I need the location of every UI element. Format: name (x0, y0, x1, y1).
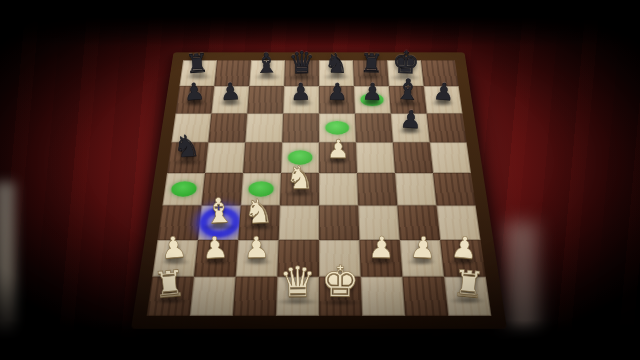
black-rook-a8[interactable]: ♜ (187, 52, 210, 78)
black-knight-e8[interactable]: ♞ (324, 51, 348, 77)
white-bishop-b3[interactable]: ♝ (204, 194, 235, 228)
black-rook-f8[interactable]: ♜ (359, 52, 382, 78)
square-e3[interactable] (319, 205, 359, 239)
square-c6[interactable] (245, 114, 283, 143)
white-pawn-c2[interactable]: ♟ (244, 233, 270, 262)
white-pawn-g2[interactable]: ♟ (408, 233, 434, 262)
white-pawn-e5[interactable]: ♟ (326, 136, 349, 161)
white-knight-c3[interactable]: ♞ (244, 194, 274, 227)
square-d3[interactable] (279, 205, 319, 239)
move-dot-a4[interactable] (170, 181, 197, 197)
square-b5[interactable] (205, 142, 245, 173)
black-pawn-h7[interactable]: ♟ (432, 80, 453, 103)
square-a4[interactable] (162, 173, 205, 205)
white-pawn-b2[interactable]: ♟ (203, 233, 229, 262)
square-h5[interactable] (430, 142, 471, 173)
square-g1[interactable] (402, 277, 448, 316)
black-pawn-e7[interactable]: ♟ (326, 80, 347, 103)
black-queen-d8[interactable]: ♛ (288, 48, 315, 78)
square-g5[interactable] (393, 142, 433, 173)
top-letterbox-bar (0, 0, 640, 46)
square-f1[interactable] (361, 277, 405, 316)
white-rook-a1[interactable]: ♜ (155, 266, 187, 302)
white-king-e1[interactable]: ♚ (321, 260, 359, 303)
black-pawn-g6[interactable]: ♟ (399, 107, 421, 131)
black-bishop-g7[interactable]: ♝ (395, 76, 421, 105)
square-d6[interactable] (282, 114, 319, 143)
square-e4[interactable] (319, 173, 358, 205)
square-f5[interactable] (356, 142, 395, 173)
white-queen-d1[interactable]: ♛ (279, 261, 316, 303)
chess-app-screen: ♜♝♛♞♜♚♟♟♟♟♟♝♟♟♞♟♞♝♞♟♟♟♟♟♟♜♛♚♜ (0, 0, 640, 360)
white-pawn-a2[interactable]: ♟ (162, 233, 188, 262)
white-rook-h1[interactable]: ♜ (451, 266, 483, 302)
black-pawn-f7[interactable]: ♟ (362, 80, 383, 103)
black-bishop-c8[interactable]: ♝ (255, 50, 280, 77)
black-knight-a5[interactable]: ♞ (174, 132, 201, 162)
square-h6[interactable] (427, 114, 467, 143)
square-b1[interactable] (190, 277, 236, 316)
square-c7[interactable] (247, 86, 284, 113)
square-g4[interactable] (395, 173, 436, 205)
square-h4[interactable] (433, 173, 476, 205)
square-c1[interactable] (233, 277, 277, 316)
square-f4[interactable] (357, 173, 397, 205)
black-pawn-a7[interactable]: ♟ (185, 80, 206, 103)
white-pawn-h2[interactable]: ♟ (449, 233, 475, 262)
black-pawn-b7[interactable]: ♟ (220, 80, 241, 103)
square-b6[interactable] (208, 114, 247, 143)
white-knight-d4[interactable]: ♞ (285, 162, 313, 194)
square-c5[interactable] (243, 142, 282, 173)
white-pawn-f2[interactable]: ♟ (367, 233, 393, 262)
square-f6[interactable] (355, 114, 393, 143)
black-pawn-d7[interactable]: ♟ (291, 80, 312, 103)
